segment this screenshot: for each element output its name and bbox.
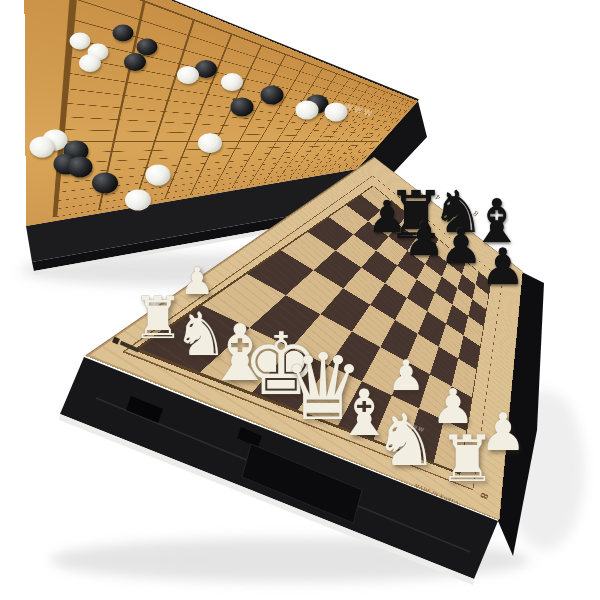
go-stone-white: [70, 33, 91, 50]
go-stone-black: [68, 157, 93, 178]
chess-piece-white-rook: ♜: [438, 427, 495, 491]
chess-piece-white-pawn: ♟: [180, 262, 214, 300]
go-stone-black: [92, 173, 118, 194]
chess-piece-white-knight: ♞: [374, 404, 439, 476]
go-stone-white: [79, 54, 101, 72]
go-stone-black: [113, 25, 134, 42]
go-stone-white: [177, 66, 199, 84]
go-stone-black: [124, 53, 146, 71]
go-stone-white: [30, 137, 55, 158]
product-photo-scene: MADE IN KOREA 8 4 8 www www ♟♜♟♞♟♝♟♜♟♞♝♚…: [0, 0, 600, 600]
chess-piece-white-pawn: ♟: [387, 355, 425, 397]
go-stone-white: [325, 103, 348, 122]
chess-piece-black-pawn: ♟: [481, 242, 526, 292]
go-stone-white: [146, 165, 171, 186]
go-stone-black: [231, 98, 254, 117]
go-stone-white: [221, 73, 243, 91]
go-stone-black: [261, 86, 284, 105]
go-stone-white: [125, 190, 151, 211]
chess-piece-black-pawn: ♟: [439, 222, 482, 270]
go-stone-white: [198, 133, 222, 153]
go-stone-white: [296, 101, 319, 120]
chess-piece-black-pawn: ♟: [403, 216, 444, 262]
